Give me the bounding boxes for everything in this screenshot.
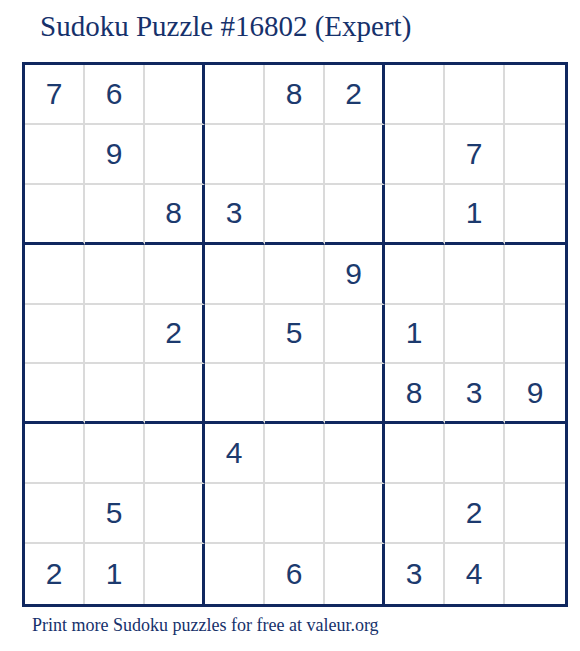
cell-r9c9[interactable] — [505, 544, 565, 604]
cell-r5c6[interactable] — [325, 305, 385, 365]
cell-r6c3[interactable] — [145, 364, 205, 424]
cell-r7c7[interactable] — [385, 424, 445, 484]
sudoku-page: Sudoku Puzzle #16802 (Expert) 7682978319… — [0, 0, 580, 651]
cell-r6c5[interactable] — [265, 364, 325, 424]
cell-r5c2[interactable] — [85, 305, 145, 365]
cell-r6c1[interactable] — [25, 364, 85, 424]
cell-r4c4[interactable] — [205, 245, 265, 305]
cell-r8c4[interactable] — [205, 484, 265, 544]
cell-r1c2[interactable]: 6 — [85, 65, 145, 125]
cell-r8c6[interactable] — [325, 484, 385, 544]
sudoku-grid: 768297831925183945221634 — [22, 62, 568, 607]
cell-r3c7[interactable] — [385, 185, 445, 245]
cell-r5c8[interactable] — [445, 305, 505, 365]
cell-r9c8[interactable]: 4 — [445, 544, 505, 604]
page-title: Sudoku Puzzle #16802 (Expert) — [40, 10, 411, 43]
cell-r1c3[interactable] — [145, 65, 205, 125]
cell-r7c8[interactable] — [445, 424, 505, 484]
cell-r2c2[interactable]: 9 — [85, 125, 145, 185]
cell-r8c2[interactable]: 5 — [85, 484, 145, 544]
cell-r9c6[interactable] — [325, 544, 385, 604]
cell-r3c4[interactable]: 3 — [205, 185, 265, 245]
cell-r2c4[interactable] — [205, 125, 265, 185]
cell-r2c7[interactable] — [385, 125, 445, 185]
cell-r6c6[interactable] — [325, 364, 385, 424]
cell-r2c1[interactable] — [25, 125, 85, 185]
cell-r5c4[interactable] — [205, 305, 265, 365]
cell-r9c2[interactable]: 1 — [85, 544, 145, 604]
cell-r9c5[interactable]: 6 — [265, 544, 325, 604]
cell-r2c3[interactable] — [145, 125, 205, 185]
cell-r7c5[interactable] — [265, 424, 325, 484]
cell-r3c3[interactable]: 8 — [145, 185, 205, 245]
cell-r3c6[interactable] — [325, 185, 385, 245]
cell-r9c1[interactable]: 2 — [25, 544, 85, 604]
cell-r1c7[interactable] — [385, 65, 445, 125]
cell-r9c4[interactable] — [205, 544, 265, 604]
cell-r4c7[interactable] — [385, 245, 445, 305]
cell-r1c4[interactable] — [205, 65, 265, 125]
cell-r1c6[interactable]: 2 — [325, 65, 385, 125]
cell-r1c1[interactable]: 7 — [25, 65, 85, 125]
cell-r6c4[interactable] — [205, 364, 265, 424]
cell-r3c5[interactable] — [265, 185, 325, 245]
cell-r4c2[interactable] — [85, 245, 145, 305]
cell-r3c8[interactable]: 1 — [445, 185, 505, 245]
cell-r6c9[interactable]: 9 — [505, 364, 565, 424]
cell-r3c9[interactable] — [505, 185, 565, 245]
cell-r6c7[interactable]: 8 — [385, 364, 445, 424]
cell-r4c6[interactable]: 9 — [325, 245, 385, 305]
cell-r1c5[interactable]: 8 — [265, 65, 325, 125]
cell-r2c8[interactable]: 7 — [445, 125, 505, 185]
cell-r7c2[interactable] — [85, 424, 145, 484]
cell-r5c5[interactable]: 5 — [265, 305, 325, 365]
footer-text: Print more Sudoku puzzles for free at va… — [32, 615, 379, 636]
cell-r8c9[interactable] — [505, 484, 565, 544]
cell-r8c1[interactable] — [25, 484, 85, 544]
cell-r7c3[interactable] — [145, 424, 205, 484]
cell-r2c5[interactable] — [265, 125, 325, 185]
cell-r5c9[interactable] — [505, 305, 565, 365]
cell-r2c9[interactable] — [505, 125, 565, 185]
cell-r2c6[interactable] — [325, 125, 385, 185]
cell-r6c8[interactable]: 3 — [445, 364, 505, 424]
cell-r7c1[interactable] — [25, 424, 85, 484]
cell-r8c3[interactable] — [145, 484, 205, 544]
cell-r4c8[interactable] — [445, 245, 505, 305]
cell-r6c2[interactable] — [85, 364, 145, 424]
cell-r5c1[interactable] — [25, 305, 85, 365]
cell-r7c9[interactable] — [505, 424, 565, 484]
cell-r8c5[interactable] — [265, 484, 325, 544]
cell-r4c3[interactable] — [145, 245, 205, 305]
cell-r4c1[interactable] — [25, 245, 85, 305]
cell-r9c3[interactable] — [145, 544, 205, 604]
cell-r1c8[interactable] — [445, 65, 505, 125]
cell-r3c2[interactable] — [85, 185, 145, 245]
cell-r5c3[interactable]: 2 — [145, 305, 205, 365]
cell-r8c8[interactable]: 2 — [445, 484, 505, 544]
cell-r7c4[interactable]: 4 — [205, 424, 265, 484]
cell-r5c7[interactable]: 1 — [385, 305, 445, 365]
cell-r9c7[interactable]: 3 — [385, 544, 445, 604]
cell-r7c6[interactable] — [325, 424, 385, 484]
cell-r1c9[interactable] — [505, 65, 565, 125]
cell-r8c7[interactable] — [385, 484, 445, 544]
cell-r3c1[interactable] — [25, 185, 85, 245]
cell-r4c9[interactable] — [505, 245, 565, 305]
cell-r4c5[interactable] — [265, 245, 325, 305]
